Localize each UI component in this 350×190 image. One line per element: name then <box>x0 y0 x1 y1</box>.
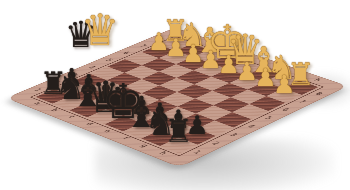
extra-black-queen-off-board[interactable]: ♛ <box>65 17 97 53</box>
chess-board <box>36 38 319 153</box>
extra-camel-queen-off-board[interactable]: ♛ <box>81 9 120 52</box>
chess-set-photo: abcdefgh abcdefgh 87654321 87654321 ♜♞♝♚… <box>0 0 350 190</box>
